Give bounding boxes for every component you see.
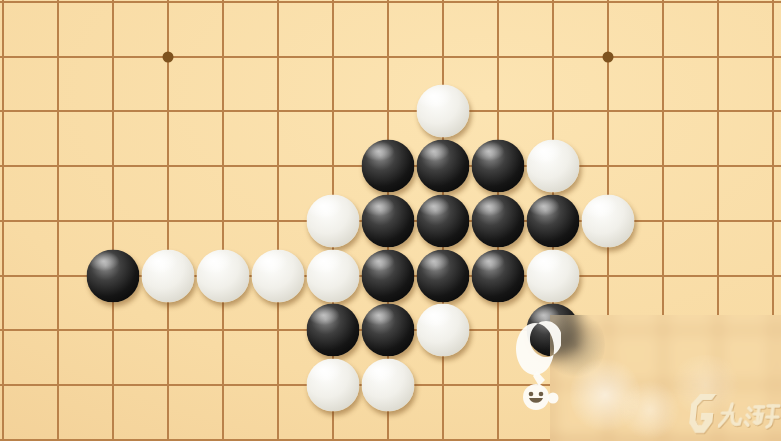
black-stone <box>362 140 415 193</box>
black-stone <box>472 140 525 193</box>
black-stone <box>417 140 470 193</box>
black-stone <box>472 249 525 302</box>
white-stone <box>527 249 580 302</box>
black-stone <box>472 194 525 247</box>
gomoku-board[interactable]: 九游 <box>0 0 781 441</box>
white-stone <box>197 249 250 302</box>
white-stone <box>307 249 360 302</box>
white-stone <box>252 249 305 302</box>
white-stone <box>307 194 360 247</box>
smiley-cup-mascot-icon <box>513 317 561 413</box>
black-stone <box>417 249 470 302</box>
black-stone <box>362 249 415 302</box>
9game-g-logo-icon <box>684 392 719 436</box>
brand-characters <box>717 401 781 433</box>
white-stone <box>417 85 470 138</box>
jiuyou-watermark: 九游 <box>683 392 781 440</box>
white-stone <box>527 140 580 193</box>
black-stone <box>527 194 580 247</box>
black-stone <box>417 194 470 247</box>
white-stone <box>307 358 360 411</box>
black-stone <box>362 304 415 357</box>
black-stone <box>87 249 140 302</box>
white-stone <box>362 358 415 411</box>
white-stone <box>417 304 470 357</box>
black-stone <box>307 304 360 357</box>
white-stone <box>142 249 195 302</box>
black-stone <box>362 194 415 247</box>
white-stone <box>582 194 635 247</box>
